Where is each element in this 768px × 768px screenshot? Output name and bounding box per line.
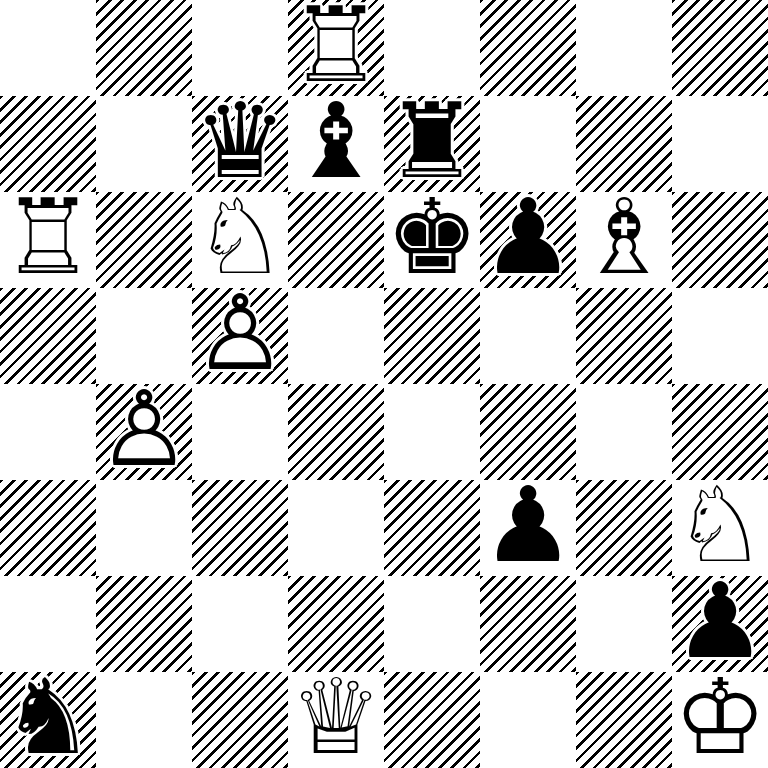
piece-glyph-black-pawn: ♟ <box>480 189 576 285</box>
square-b2[interactable] <box>96 576 192 672</box>
square-f6[interactable]: ♟♟ <box>480 192 576 288</box>
square-c4[interactable] <box>192 384 288 480</box>
square-a4[interactable] <box>0 384 96 480</box>
piece-glyph-white-rook: ♖ <box>0 189 96 285</box>
square-g2[interactable] <box>576 576 672 672</box>
piece-glyph-white-queen: ♕ <box>288 669 384 765</box>
square-e6[interactable]: ♚♚ <box>384 192 480 288</box>
square-d5[interactable] <box>288 288 384 384</box>
square-d3[interactable] <box>288 480 384 576</box>
piece-glyph-white-knight: ♘ <box>192 189 288 285</box>
square-d7[interactable]: ♝♝ <box>288 96 384 192</box>
piece-glyph-white-knight: ♘ <box>672 477 768 573</box>
piece-black-pawn[interactable]: ♟♟ <box>480 192 576 288</box>
square-h7[interactable] <box>672 96 768 192</box>
square-f8[interactable] <box>480 0 576 96</box>
square-b6[interactable] <box>96 192 192 288</box>
square-e2[interactable] <box>384 576 480 672</box>
piece-white-bishop[interactable]: ♝♗ <box>576 192 672 288</box>
square-e1[interactable] <box>384 672 480 768</box>
square-g3[interactable] <box>576 480 672 576</box>
piece-black-king[interactable]: ♚♚ <box>384 192 480 288</box>
square-b4[interactable]: ♟♙ <box>96 384 192 480</box>
square-f5[interactable] <box>480 288 576 384</box>
piece-glyph-black-bishop: ♝ <box>288 93 384 189</box>
square-d4[interactable] <box>288 384 384 480</box>
square-h8[interactable] <box>672 0 768 96</box>
square-e3[interactable] <box>384 480 480 576</box>
square-g5[interactable] <box>576 288 672 384</box>
square-a3[interactable] <box>0 480 96 576</box>
square-g8[interactable] <box>576 0 672 96</box>
piece-glyph-black-knight: ♞ <box>0 669 96 765</box>
square-g6[interactable]: ♝♗ <box>576 192 672 288</box>
square-g4[interactable] <box>576 384 672 480</box>
square-c3[interactable] <box>192 480 288 576</box>
piece-glyph-black-pawn: ♟ <box>672 573 768 669</box>
square-f1[interactable] <box>480 672 576 768</box>
square-h1[interactable]: ♚♔ <box>672 672 768 768</box>
square-c2[interactable] <box>192 576 288 672</box>
piece-glyph-white-king: ♔ <box>672 669 768 765</box>
chess-board: ♜♖♛♛♝♝♜♜♜♖♞♘♚♚♟♟♝♗♟♙♟♙♟♟♞♘♟♟♞♞♛♕♚♔ <box>0 0 768 768</box>
square-b7[interactable] <box>96 96 192 192</box>
square-c5[interactable]: ♟♙ <box>192 288 288 384</box>
piece-white-queen[interactable]: ♛♕ <box>288 672 384 768</box>
piece-glyph-white-bishop: ♗ <box>576 189 672 285</box>
square-b8[interactable] <box>96 0 192 96</box>
square-a1[interactable]: ♞♞ <box>0 672 96 768</box>
piece-white-king[interactable]: ♚♔ <box>672 672 768 768</box>
square-g1[interactable] <box>576 672 672 768</box>
piece-white-rook[interactable]: ♜♖ <box>0 192 96 288</box>
piece-black-bishop[interactable]: ♝♝ <box>288 96 384 192</box>
square-d1[interactable]: ♛♕ <box>288 672 384 768</box>
square-a5[interactable] <box>0 288 96 384</box>
square-e5[interactable] <box>384 288 480 384</box>
piece-black-pawn[interactable]: ♟♟ <box>480 480 576 576</box>
piece-glyph-black-queen: ♛ <box>192 93 288 189</box>
square-d6[interactable] <box>288 192 384 288</box>
square-c1[interactable] <box>192 672 288 768</box>
square-b1[interactable] <box>96 672 192 768</box>
piece-glyph-black-king: ♚ <box>384 189 480 285</box>
piece-black-knight[interactable]: ♞♞ <box>0 672 96 768</box>
square-a6[interactable]: ♜♖ <box>0 192 96 288</box>
square-f3[interactable]: ♟♟ <box>480 480 576 576</box>
piece-glyph-black-rook: ♜ <box>384 93 480 189</box>
piece-glyph-black-pawn: ♟ <box>480 477 576 573</box>
piece-white-pawn[interactable]: ♟♙ <box>96 384 192 480</box>
square-f2[interactable] <box>480 576 576 672</box>
square-a8[interactable] <box>0 0 96 96</box>
square-h6[interactable] <box>672 192 768 288</box>
piece-white-pawn[interactable]: ♟♙ <box>192 288 288 384</box>
piece-glyph-white-pawn: ♙ <box>192 285 288 381</box>
square-e4[interactable] <box>384 384 480 480</box>
piece-glyph-white-pawn: ♙ <box>96 381 192 477</box>
square-b3[interactable] <box>96 480 192 576</box>
square-h5[interactable] <box>672 288 768 384</box>
